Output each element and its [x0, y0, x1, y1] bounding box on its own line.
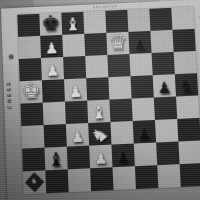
- square-h8[interactable]: [171, 7, 194, 30]
- square-c5[interactable]: ♟: [64, 78, 87, 101]
- black-pawn[interactable]: ♟: [116, 150, 130, 166]
- square-g1[interactable]: [157, 164, 181, 188]
- black-knight[interactable]: ♞: [178, 76, 195, 95]
- square-f6[interactable]: [129, 53, 152, 76]
- square-g3[interactable]: [155, 119, 178, 143]
- square-f4[interactable]: [132, 98, 155, 121]
- square-f2[interactable]: [134, 143, 157, 167]
- square-f3[interactable]: ♟: [133, 120, 156, 144]
- square-d5[interactable]: [86, 77, 109, 100]
- square-f8[interactable]: [127, 9, 150, 32]
- square-h2[interactable]: [178, 140, 200, 164]
- board-grid: ♚♝♟♛♟♟♚♟♟♞♝♟♞♟♝♟♟♞: [17, 7, 200, 194]
- square-a8[interactable]: [17, 14, 40, 37]
- square-h3[interactable]: [177, 118, 200, 142]
- square-c8[interactable]: ♝: [61, 12, 84, 35]
- square-h6[interactable]: [174, 51, 197, 74]
- square-b8[interactable]: ♚: [39, 13, 62, 36]
- square-c7[interactable]: [62, 34, 85, 57]
- white-pawn[interactable]: ♟: [46, 63, 60, 79]
- white-bishop[interactable]: ♝: [90, 103, 107, 122]
- black-king[interactable]: ♚: [41, 13, 61, 35]
- square-g7[interactable]: [150, 30, 173, 53]
- square-c3[interactable]: ♟: [66, 123, 89, 147]
- knight-logo-icon: ♞: [31, 178, 38, 186]
- square-h7[interactable]: [172, 29, 195, 52]
- square-b4[interactable]: [43, 102, 66, 125]
- square-e7[interactable]: ♛: [106, 32, 129, 55]
- black-pawn[interactable]: ♟: [137, 126, 151, 142]
- square-a2[interactable]: [22, 148, 45, 172]
- black-bishop[interactable]: ♝: [48, 150, 65, 169]
- square-f5[interactable]: [131, 75, 154, 98]
- square-a5[interactable]: ♚: [20, 80, 43, 103]
- square-a4[interactable]: [20, 103, 43, 126]
- knight-diamond-logo: ♞: [25, 173, 44, 192]
- square-c1[interactable]: [68, 168, 91, 192]
- board-brand-text: CHESS: [5, 64, 19, 126]
- square-d6[interactable]: [85, 55, 108, 78]
- square-a1[interactable]: ♞: [23, 170, 46, 194]
- square-d8[interactable]: [83, 11, 106, 34]
- square-b7[interactable]: ♟: [40, 35, 63, 58]
- square-d2[interactable]: ♟: [89, 145, 112, 169]
- square-d1[interactable]: [90, 167, 113, 191]
- square-e5[interactable]: [108, 76, 131, 99]
- square-g2[interactable]: [156, 141, 180, 165]
- square-b6[interactable]: ♟: [41, 57, 64, 80]
- square-a3[interactable]: [21, 125, 44, 149]
- white-queen[interactable]: ♛: [108, 32, 128, 54]
- square-d4[interactable]: ♝: [87, 100, 110, 123]
- square-e3[interactable]: [110, 121, 133, 145]
- square-f7[interactable]: ♟: [128, 31, 151, 54]
- white-pawn[interactable]: ♟: [94, 151, 108, 167]
- white-king[interactable]: ♚: [21, 80, 41, 102]
- square-h4[interactable]: [176, 95, 199, 118]
- square-g5[interactable]: ♟: [153, 74, 176, 97]
- square-e4[interactable]: [109, 99, 132, 122]
- square-a7[interactable]: [18, 36, 41, 59]
- square-g4[interactable]: [154, 97, 177, 120]
- square-d7[interactable]: [84, 33, 107, 56]
- square-e6[interactable]: [107, 54, 130, 77]
- black-pawn[interactable]: ♟: [157, 80, 171, 96]
- square-c2[interactable]: [67, 146, 90, 170]
- square-b2[interactable]: ♝: [44, 147, 67, 171]
- white-bishop[interactable]: ♝: [64, 15, 81, 34]
- white-pawn[interactable]: ♟: [45, 41, 59, 57]
- white-pawn[interactable]: ♟: [69, 85, 83, 101]
- square-b1[interactable]: [45, 169, 68, 193]
- rank-label-8: 8: [199, 16, 200, 20]
- brand-logo-dot: [9, 54, 14, 59]
- square-d3[interactable]: ♞: [88, 122, 111, 146]
- white-knight[interactable]: ♞: [88, 122, 112, 147]
- black-pawn[interactable]: ♟: [133, 37, 147, 53]
- chessboard-photo: CHESS a b c d e f g h 87654321 ♚♝♟♛♟♟♚♟♟…: [0, 0, 200, 200]
- square-f1[interactable]: [135, 165, 159, 189]
- square-h5[interactable]: ♞: [175, 73, 198, 96]
- square-h1[interactable]: [180, 163, 200, 187]
- chess-board-frame: CHESS a b c d e f g h 87654321 ♚♝♟♛♟♟♚♟♟…: [1, 0, 200, 200]
- square-e1[interactable]: [112, 166, 135, 190]
- square-g6[interactable]: [152, 52, 175, 75]
- square-b5[interactable]: [42, 79, 65, 102]
- square-e2[interactable]: ♟: [111, 144, 134, 168]
- square-g8[interactable]: [149, 8, 172, 31]
- square-b3[interactable]: [44, 124, 67, 148]
- square-c6[interactable]: [63, 56, 86, 79]
- white-pawn[interactable]: ♟: [70, 129, 84, 145]
- square-c4[interactable]: [65, 101, 88, 124]
